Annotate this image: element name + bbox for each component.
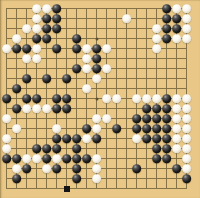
- black-stone: [62, 74, 72, 84]
- black-stone: [162, 134, 172, 144]
- black-stone: [52, 44, 62, 54]
- black-stone: [62, 134, 72, 144]
- black-stone: [2, 154, 12, 164]
- black-stone: [182, 174, 192, 184]
- black-stone: [92, 54, 102, 64]
- white-stone: [182, 14, 192, 24]
- white-stone: [82, 64, 92, 74]
- white-stone: [152, 94, 162, 104]
- black-stone: [132, 164, 142, 174]
- black-stone: [62, 154, 72, 164]
- black-stone: [152, 124, 162, 134]
- black-stone: [52, 164, 62, 174]
- black-stone: [82, 124, 92, 134]
- white-stone: [12, 34, 22, 44]
- white-stone: [52, 124, 62, 134]
- black-stone: [152, 144, 162, 154]
- black-stone: [52, 134, 62, 144]
- black-stone: [82, 154, 92, 164]
- white-stone: [102, 94, 112, 104]
- black-stone: [22, 74, 32, 84]
- white-stone: [182, 24, 192, 34]
- white-stone: [182, 164, 192, 174]
- black-stone: [162, 24, 172, 34]
- white-stone: [2, 144, 12, 154]
- white-stone: [42, 104, 52, 114]
- black-stone: [72, 134, 82, 144]
- white-stone: [172, 94, 182, 104]
- black-stone: [42, 34, 52, 44]
- white-stone: [82, 44, 92, 54]
- white-stone: [172, 34, 182, 44]
- white-stone: [152, 44, 162, 54]
- black-stone: [172, 14, 182, 24]
- white-stone: [132, 94, 142, 104]
- black-stone: [22, 44, 32, 54]
- black-stone: [72, 144, 82, 154]
- black-stone: [32, 34, 42, 44]
- hoshi-point: [95, 97, 98, 100]
- black-stone: [12, 174, 22, 184]
- black-stone: [72, 174, 82, 184]
- white-stone: [92, 124, 102, 134]
- white-stone: [172, 144, 182, 154]
- white-stone: [42, 4, 52, 14]
- hoshi-point: [95, 37, 98, 40]
- white-stone: [32, 44, 42, 54]
- white-stone: [112, 94, 122, 104]
- black-stone: [162, 154, 172, 164]
- white-stone: [22, 154, 32, 164]
- black-stone: [72, 154, 82, 164]
- white-stone: [2, 134, 12, 144]
- white-stone: [92, 74, 102, 84]
- white-stone: [122, 14, 132, 24]
- go-board[interactable]: [0, 0, 200, 198]
- black-stone: [152, 154, 162, 164]
- black-stone: [92, 134, 102, 144]
- white-stone: [12, 124, 22, 134]
- black-stone: [12, 154, 22, 164]
- black-stone: [42, 14, 52, 24]
- black-stone: [22, 164, 32, 174]
- white-stone: [92, 154, 102, 164]
- black-stone: [52, 104, 62, 114]
- white-stone: [12, 164, 22, 174]
- black-stone: [92, 64, 102, 74]
- black-stone: [152, 114, 162, 124]
- white-stone: [22, 54, 32, 64]
- white-stone: [182, 4, 192, 14]
- white-stone: [32, 154, 42, 164]
- black-stone: [72, 44, 82, 54]
- white-stone: [182, 34, 192, 44]
- black-stone: [162, 34, 172, 44]
- black-stone: [52, 94, 62, 104]
- white-stone: [82, 54, 92, 64]
- white-stone: [152, 24, 162, 34]
- black-stone: [32, 94, 42, 104]
- black-stone: [172, 24, 182, 34]
- black-stone: [12, 44, 22, 54]
- black-stone: [142, 114, 152, 124]
- white-stone: [102, 44, 112, 54]
- white-stone: [132, 134, 142, 144]
- black-stone: [52, 144, 62, 154]
- black-stone: [152, 134, 162, 144]
- white-stone: [92, 174, 102, 184]
- white-stone: [32, 24, 42, 34]
- black-stone: [22, 94, 32, 104]
- white-stone: [182, 94, 192, 104]
- black-stone: [132, 124, 142, 134]
- black-stone: [92, 44, 102, 54]
- black-stone: [62, 104, 72, 114]
- white-stone: [102, 114, 112, 124]
- black-stone: [42, 74, 52, 84]
- white-stone: [92, 114, 102, 124]
- white-stone: [92, 164, 102, 174]
- black-stone: [132, 114, 142, 124]
- white-stone: [172, 134, 182, 144]
- white-stone: [52, 154, 62, 164]
- white-stone: [82, 134, 92, 144]
- black-stone: [162, 144, 172, 154]
- black-stone: [52, 4, 62, 14]
- black-stone: [2, 94, 12, 104]
- black-stone: [162, 114, 172, 124]
- black-stone: [72, 34, 82, 44]
- black-stone: [42, 154, 52, 164]
- white-stone: [22, 104, 32, 114]
- black-stone: [32, 144, 42, 154]
- white-stone: [172, 4, 182, 14]
- black-stone: [72, 64, 82, 74]
- black-stone: [142, 104, 152, 114]
- white-stone: [172, 104, 182, 114]
- white-stone: [42, 164, 52, 174]
- black-stone: [142, 124, 152, 134]
- black-stone: [72, 164, 82, 174]
- white-stone: [182, 114, 192, 124]
- white-stone: [82, 84, 92, 94]
- white-stone: [22, 24, 32, 34]
- white-stone: [32, 54, 42, 64]
- white-stone: [32, 104, 42, 114]
- white-stone: [172, 114, 182, 124]
- black-stone: [42, 144, 52, 154]
- white-stone: [182, 124, 192, 134]
- black-stone: [162, 94, 172, 104]
- black-stone: [172, 164, 182, 174]
- black-stone: [162, 124, 172, 134]
- last-move-marker: [64, 186, 70, 192]
- black-stone: [162, 4, 172, 14]
- white-stone: [172, 124, 182, 134]
- black-stone: [52, 14, 62, 24]
- white-stone: [182, 134, 192, 144]
- white-stone: [152, 34, 162, 44]
- black-stone: [12, 104, 22, 114]
- white-stone: [182, 144, 192, 154]
- white-stone: [142, 94, 152, 104]
- black-stone: [52, 24, 62, 34]
- white-stone: [2, 114, 12, 124]
- black-stone: [112, 124, 122, 134]
- black-stone: [152, 104, 162, 114]
- white-stone: [182, 104, 192, 114]
- white-stone: [2, 44, 12, 54]
- black-stone: [12, 84, 22, 94]
- white-stone: [32, 4, 42, 14]
- black-stone: [142, 134, 152, 144]
- white-stone: [32, 14, 42, 24]
- black-stone: [42, 24, 52, 34]
- white-stone: [102, 64, 112, 74]
- black-stone: [62, 94, 72, 104]
- black-stone: [162, 14, 172, 24]
- black-stone: [162, 104, 172, 114]
- white-stone: [182, 154, 192, 164]
